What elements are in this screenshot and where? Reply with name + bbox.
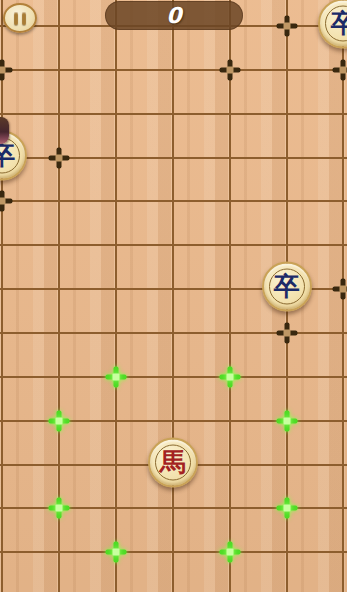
board-grid-line-horizontal bbox=[0, 113, 347, 115]
pause-button[interactable] bbox=[3, 3, 37, 33]
point-marker-part bbox=[340, 286, 347, 293]
move-hint-marker[interactable] bbox=[276, 498, 297, 519]
point-marker bbox=[0, 59, 13, 80]
point-marker-part bbox=[0, 66, 6, 73]
point-marker-part bbox=[283, 23, 290, 30]
point-marker bbox=[219, 59, 240, 80]
point-marker bbox=[276, 16, 297, 37]
board-grid-line-vertical bbox=[172, 0, 174, 592]
move-hint-marker-part bbox=[283, 505, 290, 512]
move-hint-marker-part bbox=[226, 549, 233, 556]
board-grid-line-horizontal bbox=[0, 376, 347, 378]
board-grid-line-vertical bbox=[229, 0, 231, 592]
move-hint-marker-part bbox=[226, 373, 233, 380]
point-marker-part bbox=[226, 66, 233, 73]
score-value: 0 bbox=[166, 3, 181, 28]
move-hint-marker-part bbox=[112, 373, 119, 380]
move-hint-marker[interactable] bbox=[219, 366, 240, 387]
piece-glyph: 卒 bbox=[0, 142, 15, 168]
piece-glyph: 卒 bbox=[274, 274, 300, 300]
move-hint-marker[interactable] bbox=[105, 542, 126, 563]
move-hint-marker-part bbox=[283, 417, 290, 424]
piece-glyph: 馬 bbox=[160, 449, 186, 475]
red-horse-piece[interactable]: 馬 bbox=[148, 437, 198, 487]
move-hint-marker-part bbox=[55, 505, 62, 512]
piece-glyph: 卒 bbox=[330, 11, 347, 37]
move-hint-marker[interactable] bbox=[48, 410, 69, 431]
board-grid-line-horizontal bbox=[0, 200, 347, 202]
move-hint-marker[interactable] bbox=[48, 498, 69, 519]
point-marker bbox=[0, 191, 13, 212]
point-marker-part bbox=[0, 198, 6, 205]
board-grid-line-horizontal bbox=[0, 551, 347, 553]
board-grid-line-vertical bbox=[115, 0, 117, 592]
game-screen: 卒卒卒馬 0 bbox=[0, 0, 347, 592]
point-marker bbox=[48, 147, 69, 168]
black-soldier-piece: 卒 bbox=[262, 262, 312, 312]
xiangqi-board[interactable]: 卒卒卒馬 bbox=[0, 0, 347, 592]
offscreen-piece-fragment bbox=[0, 117, 9, 144]
move-hint-marker[interactable] bbox=[219, 542, 240, 563]
point-marker bbox=[333, 59, 347, 80]
point-marker-part bbox=[55, 154, 62, 161]
point-marker-part bbox=[340, 66, 347, 73]
move-hint-marker[interactable] bbox=[105, 366, 126, 387]
point-marker bbox=[333, 279, 347, 300]
score-counter: 0 bbox=[105, 1, 243, 30]
move-hint-marker-part bbox=[112, 549, 119, 556]
black-soldier-piece: 卒 bbox=[318, 0, 347, 49]
point-marker-part bbox=[283, 329, 290, 336]
board-grid-line-horizontal bbox=[0, 69, 347, 71]
board-grid-line-horizontal bbox=[0, 244, 347, 246]
move-hint-marker-part bbox=[55, 417, 62, 424]
board-grid-line-vertical bbox=[1, 0, 3, 592]
move-hint-marker[interactable] bbox=[276, 410, 297, 431]
pause-icon bbox=[14, 12, 26, 25]
point-marker bbox=[276, 322, 297, 343]
